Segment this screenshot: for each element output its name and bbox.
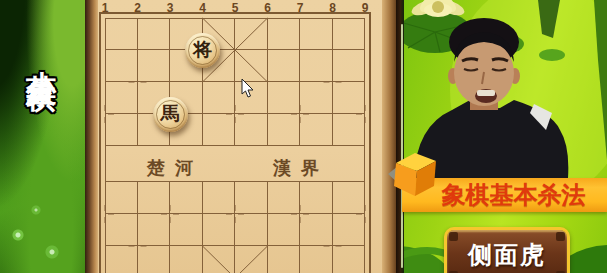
lesson-topic-button[interactable]: 侧面虎 xyxy=(444,227,570,273)
board-cell xyxy=(105,182,138,214)
channel-title: 小莫象棋 xyxy=(20,46,61,206)
board-cell xyxy=(333,214,366,246)
board-cell xyxy=(333,246,366,273)
board-cell xyxy=(138,246,171,273)
board-cell xyxy=(203,246,236,273)
board-cell xyxy=(105,18,138,50)
board-cell xyxy=(170,246,203,273)
xiangqi-board[interactable]: 123456789 楚河 漢界 将馬 xyxy=(85,0,400,273)
button-corner-decoration xyxy=(449,232,458,241)
screenshot-root: 小莫象棋 123456789 楚河 漢界 将馬 xyxy=(0,0,607,273)
piece-character: 将 xyxy=(185,33,220,68)
board-cell xyxy=(105,114,138,146)
file-label: 7 xyxy=(294,1,306,15)
board-cell xyxy=(300,50,333,82)
board-cell xyxy=(300,18,333,50)
board-cell xyxy=(333,18,366,50)
lesson-topic-label: 侧面虎 xyxy=(447,230,567,271)
piece-horse[interactable]: 馬 xyxy=(153,97,188,132)
board-cell xyxy=(105,82,138,114)
board-cell xyxy=(235,114,268,146)
board-cell xyxy=(235,182,268,214)
board-cell xyxy=(235,146,268,182)
file-label: 2 xyxy=(132,1,144,15)
river-label-chu: 楚河 xyxy=(147,156,203,180)
board-cell xyxy=(268,246,301,273)
river-label-han: 漢界 xyxy=(273,156,329,180)
board-cell xyxy=(268,18,301,50)
board-cell xyxy=(333,182,366,214)
board-cell xyxy=(105,246,138,273)
board-cell xyxy=(235,214,268,246)
board-cell xyxy=(235,246,268,273)
file-label: 3 xyxy=(164,1,176,15)
board-cell xyxy=(268,114,301,146)
board-cell xyxy=(105,146,138,182)
board-cell xyxy=(235,18,268,50)
board-cell xyxy=(300,182,333,214)
board-cell xyxy=(170,214,203,246)
board-cell xyxy=(333,50,366,82)
cube-icon xyxy=(386,150,440,206)
board-cell xyxy=(138,50,171,82)
board-cell xyxy=(268,214,301,246)
piece-character: 馬 xyxy=(153,97,188,132)
board-cell xyxy=(203,114,236,146)
file-label: 8 xyxy=(327,1,339,15)
board-cell xyxy=(105,214,138,246)
board-cell xyxy=(333,146,366,182)
mouse-cursor-icon xyxy=(241,79,255,99)
board-cell xyxy=(268,50,301,82)
button-corner-decoration xyxy=(556,232,565,241)
board-cell xyxy=(170,182,203,214)
channel-banner: 小莫象棋 xyxy=(0,0,85,273)
file-label: 1 xyxy=(99,1,111,15)
board-cell xyxy=(300,246,333,273)
board-frame-left xyxy=(85,0,98,273)
piece-general-black[interactable]: 将 xyxy=(185,33,220,68)
board-cell xyxy=(300,214,333,246)
board-cell xyxy=(138,214,171,246)
file-label: 9 xyxy=(359,1,371,15)
board-cell xyxy=(138,182,171,214)
board-cell xyxy=(105,50,138,82)
board-cell xyxy=(268,182,301,214)
board-cell xyxy=(203,82,236,114)
board-cell xyxy=(203,182,236,214)
board-cell xyxy=(203,214,236,246)
board-cell xyxy=(333,82,366,114)
board-cell xyxy=(235,50,268,82)
file-label: 5 xyxy=(229,1,241,15)
board-grid xyxy=(105,18,365,273)
board-cell xyxy=(300,114,333,146)
board-cell xyxy=(203,146,236,182)
board-cell xyxy=(300,82,333,114)
board-cell xyxy=(333,114,366,146)
board-cell xyxy=(138,18,171,50)
panel-divider xyxy=(401,24,403,268)
file-label: 6 xyxy=(262,1,274,15)
file-label: 4 xyxy=(197,1,209,15)
board-cell xyxy=(268,82,301,114)
